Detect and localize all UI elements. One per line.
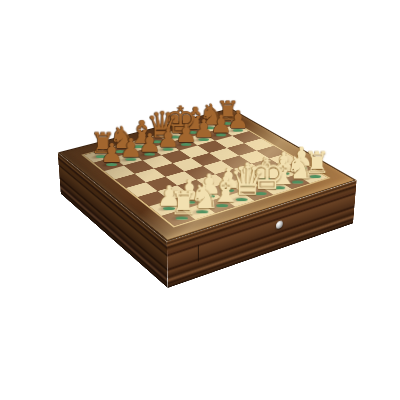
square-a7: ♟ [94, 158, 124, 171]
piece-shadow [226, 127, 246, 134]
piece-shadow [302, 172, 323, 181]
piece-shadow [188, 207, 211, 217]
piece-shadow [167, 213, 190, 223]
chess-box: ♜♞♝♛♚♝♞♜♟♟♟♟♟♟♟♟♟♟♟♟♟♟♟♟♜♞♝♛♚♝♞♜ [58, 108, 357, 242]
piece-white-rook: ♜ [304, 148, 327, 178]
piece-shadow [247, 189, 269, 198]
piece-shadow [99, 160, 120, 168]
piece-shadow [208, 201, 231, 211]
piece-shadow [163, 133, 183, 140]
piece-shadow [214, 186, 236, 195]
square-d5 [173, 158, 203, 171]
piece-shadow [227, 195, 249, 205]
drawer-seam [198, 245, 199, 262]
product-photo-canvas: ♜♞♝♛♚♝♞♜♟♟♟♟♟♟♟♟♟♟♟♟♟♟♟♟♜♞♝♛♚♝♞♜ [0, 0, 400, 400]
drawer-knob [276, 220, 283, 230]
piece-shadow [155, 203, 178, 213]
